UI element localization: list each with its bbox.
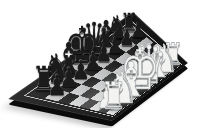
- chess-board: [8, 12, 188, 121]
- photo-chess-set-scene: ♜♞♝♚♛♝♞♜♟♟♟♟♟♟♟♟♟♟♟♟♟♟♟♟♜♞♝♚♛♝♞♜: [0, 0, 200, 128]
